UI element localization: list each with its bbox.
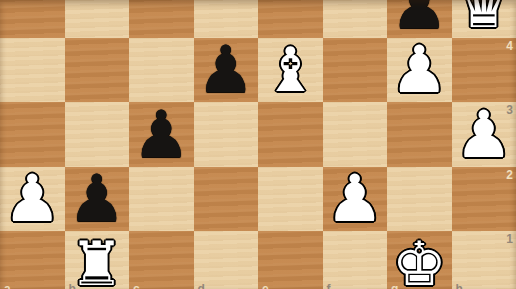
square-f2[interactable]: ♟ xyxy=(323,167,388,232)
square-b4[interactable] xyxy=(65,38,130,103)
white-bishop[interactable]: ♝ xyxy=(263,39,318,100)
square-b2[interactable]: ♟ xyxy=(65,167,130,232)
chess-board: ♟♛♟♝♟♟♟♟♟♟♜♚87654321abcdefgh xyxy=(0,0,516,289)
square-b3[interactable] xyxy=(65,102,130,167)
square-h4[interactable] xyxy=(452,38,516,103)
square-a5[interactable] xyxy=(0,0,65,38)
square-b5[interactable] xyxy=(65,0,130,38)
square-a4[interactable] xyxy=(0,38,65,103)
square-c3[interactable]: ♟ xyxy=(129,102,194,167)
white-king[interactable]: ♚ xyxy=(392,233,447,289)
square-a2[interactable]: ♟ xyxy=(0,167,65,232)
white-queen[interactable]: ♛ xyxy=(456,0,511,36)
black-pawn[interactable]: ♟ xyxy=(68,166,126,231)
square-c4[interactable] xyxy=(129,38,194,103)
square-e1[interactable] xyxy=(258,231,323,289)
square-e2[interactable] xyxy=(258,167,323,232)
square-a3[interactable] xyxy=(0,102,65,167)
square-f4[interactable] xyxy=(323,38,388,103)
square-g3[interactable] xyxy=(387,102,452,167)
square-h5[interactable]: ♛ xyxy=(452,0,516,38)
square-h2[interactable] xyxy=(452,167,516,232)
square-e4[interactable]: ♝ xyxy=(258,38,323,103)
square-f1[interactable] xyxy=(323,231,388,289)
square-c2[interactable] xyxy=(129,167,194,232)
white-pawn[interactable]: ♟ xyxy=(390,37,448,102)
square-e3[interactable] xyxy=(258,102,323,167)
square-h3[interactable]: ♟ xyxy=(452,102,516,167)
black-pawn[interactable]: ♟ xyxy=(197,37,255,102)
square-d3[interactable] xyxy=(194,102,259,167)
black-pawn[interactable]: ♟ xyxy=(132,102,190,167)
square-a1[interactable] xyxy=(0,231,65,289)
square-f3[interactable] xyxy=(323,102,388,167)
square-c5[interactable] xyxy=(129,0,194,38)
square-f5[interactable] xyxy=(323,0,388,38)
square-g1[interactable]: ♚ xyxy=(387,231,452,289)
white-pawn[interactable]: ♟ xyxy=(3,166,61,231)
square-d1[interactable] xyxy=(194,231,259,289)
square-g2[interactable] xyxy=(387,167,452,232)
square-g4[interactable]: ♟ xyxy=(387,38,452,103)
square-d2[interactable] xyxy=(194,167,259,232)
square-h1[interactable] xyxy=(452,231,516,289)
square-e5[interactable] xyxy=(258,0,323,38)
white-pawn[interactable]: ♟ xyxy=(455,102,513,167)
white-pawn[interactable]: ♟ xyxy=(326,166,384,231)
chess-board-viewport: ♟♛♟♝♟♟♟♟♟♟♜♚87654321abcdefgh xyxy=(0,0,516,289)
square-c1[interactable] xyxy=(129,231,194,289)
square-d4[interactable]: ♟ xyxy=(194,38,259,103)
square-b1[interactable]: ♜ xyxy=(65,231,130,289)
white-rook[interactable]: ♜ xyxy=(69,233,124,289)
